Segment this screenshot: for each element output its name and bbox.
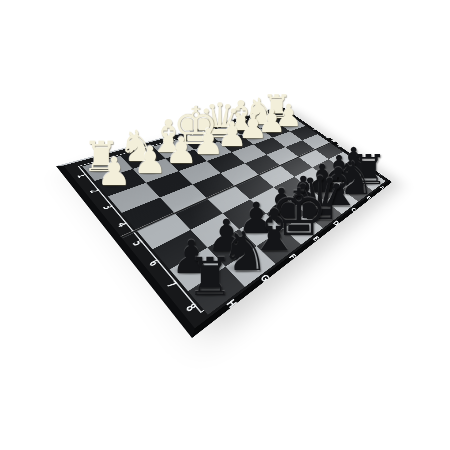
rank-label-1: 1 [74,173,87,179]
rank-label-8: 8 [183,302,198,314]
file-label-B: B [365,195,372,200]
chess-board: 1122334455667788AABBCCDDEEFFGGHH [56,106,392,338]
board-grid [82,110,385,315]
rank-label-6: 6 [146,258,161,268]
file-label-C: C [349,207,357,213]
file-label-E: E [311,235,320,242]
rank-label-3: 3 [100,204,114,211]
product-photo-stage: 1122334455667788AABBCCDDEEFFGGHH ♜♞♟♝♟♛♟… [0,0,450,450]
rank-label-4: 4 [114,221,128,229]
file-label-A: A [379,185,386,190]
file-label-F: F [287,253,297,261]
rank-label-5: 5 [130,239,144,248]
rank-label-7: 7 [164,279,179,290]
rank-label-2: 2 [87,188,101,195]
file-label-D: D [331,220,340,227]
